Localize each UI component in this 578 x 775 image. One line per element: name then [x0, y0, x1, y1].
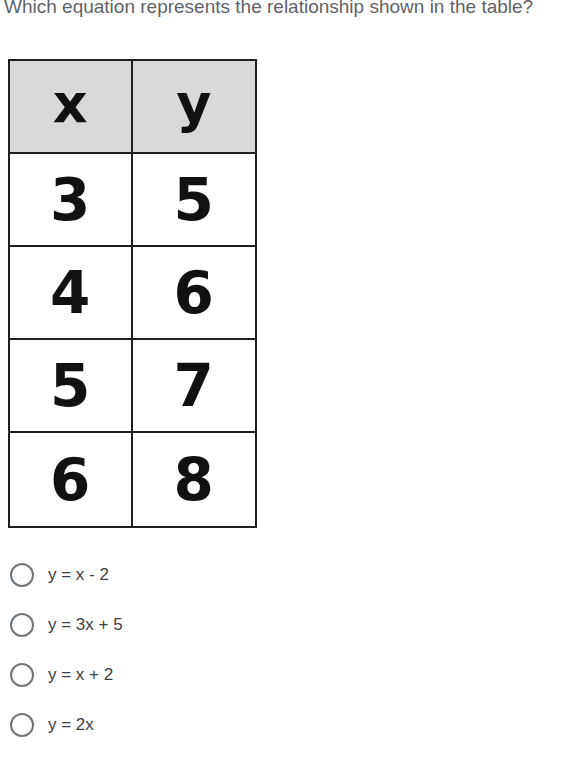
answer-options: y = x - 2 y = 3x + 5 y = x + 2 y = 2x	[10, 562, 123, 762]
question-text: Which equation represents the relationsh…	[4, 0, 533, 18]
xy-function-table: x y 3 5 4 6 5 7 6 8	[8, 59, 257, 528]
table-cell-r1-x: 3	[10, 154, 133, 247]
option-label-4[interactable]: y = 2x	[48, 712, 94, 738]
table-cell-r4-x: 6	[10, 433, 133, 526]
option-label-3[interactable]: y = x + 2	[48, 662, 113, 688]
table-cell-r2-x: 4	[10, 247, 133, 340]
quiz-page: Which equation represents the relationsh…	[0, 0, 578, 775]
table-cell-r2-y: 6	[133, 247, 256, 340]
radio-button-option-3[interactable]	[10, 663, 34, 687]
table-header-x: x	[10, 61, 133, 154]
radio-button-option-4[interactable]	[10, 713, 34, 737]
table-cell-r3-y: 7	[133, 340, 256, 433]
option-row-3[interactable]: y = x + 2	[10, 662, 123, 688]
option-row-2[interactable]: y = 3x + 5	[10, 612, 123, 638]
table-cell-r1-y: 5	[133, 154, 256, 247]
table-cell-r4-y: 8	[133, 433, 256, 526]
option-label-2[interactable]: y = 3x + 5	[48, 612, 123, 638]
radio-button-option-1[interactable]	[10, 563, 34, 587]
option-label-1[interactable]: y = x - 2	[48, 562, 109, 588]
option-row-4[interactable]: y = 2x	[10, 712, 123, 738]
table-cell-r3-x: 5	[10, 340, 133, 433]
option-row-1[interactable]: y = x - 2	[10, 562, 123, 588]
radio-button-option-2[interactable]	[10, 613, 34, 637]
table-header-y: y	[133, 61, 256, 154]
